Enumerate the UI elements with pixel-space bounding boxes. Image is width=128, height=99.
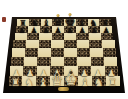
square-a5 — [13, 40, 26, 48]
square-e8: ♚ — [64, 19, 76, 26]
square-g5 — [89, 40, 102, 48]
square-d4 — [51, 48, 64, 57]
square-e4 — [64, 48, 77, 57]
square-e1: ♚ — [64, 76, 78, 86]
chess-board: ♜♞♝♛♚♝♞♜♟♟♟♟♟♟♟♟♟♟♟♟♟♟♟♟♜♞♝♛♚♝♞♜ — [0, 19, 128, 86]
piece-white-king-e1: ♚ — [64, 75, 78, 87]
square-c8: ♝ — [41, 19, 53, 26]
square-b5 — [26, 40, 39, 48]
piece-white-rook-h1: ♜ — [108, 79, 117, 87]
piece-black-pawn-c7: ♟ — [42, 28, 49, 34]
square-f5 — [77, 40, 90, 48]
square-b1: ♞ — [22, 76, 36, 86]
square-f2: ♟ — [78, 66, 92, 76]
piece-black-pawn-b7: ♟ — [30, 28, 37, 34]
piece-black-pawn-g7: ♟ — [91, 28, 98, 34]
piece-white-bishop-c1: ♝ — [38, 79, 48, 87]
piece-black-pawn-f7: ♟ — [79, 28, 86, 34]
piece-white-queen-d1: ♛ — [51, 76, 64, 87]
square-g4 — [90, 48, 103, 57]
board-row-rank-1: ♜♞♝♛♚♝♞♜ — [9, 76, 120, 86]
piece-black-pawn-a7: ♟ — [18, 28, 25, 34]
piece-black-pawn-e7: ♟ — [67, 28, 74, 34]
square-c3 — [37, 57, 50, 66]
board-row-rank-8: ♜♞♝♛♚♝♞♜ — [17, 19, 111, 26]
square-b8: ♞ — [29, 19, 41, 26]
piece-white-pawn-a2: ♟ — [13, 70, 21, 77]
square-a4 — [12, 48, 25, 57]
square-f8: ♝ — [76, 19, 88, 26]
board-row-rank-5 — [13, 40, 114, 48]
piece-white-bishop-f1: ♝ — [80, 79, 90, 87]
square-d8: ♛ — [52, 19, 64, 26]
square-h3 — [104, 57, 117, 66]
square-h4 — [103, 48, 116, 57]
square-f7: ♟ — [76, 26, 88, 33]
square-b2: ♟ — [23, 66, 37, 76]
square-c4 — [38, 48, 51, 57]
chess-set-photo: ♜♞♝♛♚♝♞♜♟♟♟♟♟♟♟♟♟♟♟♟♟♟♟♟♜♞♝♛♚♝♞♜ — [0, 0, 128, 99]
square-f3 — [77, 57, 90, 66]
square-g1: ♞ — [92, 76, 106, 86]
square-g3 — [91, 57, 104, 66]
square-f1: ♝ — [78, 76, 92, 86]
square-a8: ♜ — [17, 19, 29, 26]
square-d3 — [51, 57, 64, 66]
black-queen-finial — [57, 14, 60, 17]
square-c5 — [39, 40, 52, 48]
square-g7: ♟ — [88, 26, 100, 33]
square-g2: ♟ — [91, 66, 105, 76]
square-h8: ♜ — [99, 19, 111, 26]
board-row-rank-6 — [15, 33, 114, 41]
square-f4 — [77, 48, 90, 57]
piece-white-pawn-h2: ♟ — [108, 70, 116, 77]
piece-white-rook-a1: ♜ — [11, 79, 20, 87]
square-d1: ♛ — [50, 76, 64, 86]
board-row-rank-3 — [11, 57, 117, 66]
piece-white-knight-b1: ♞ — [25, 79, 34, 87]
square-h5 — [102, 40, 115, 48]
white-king-finial — [69, 71, 72, 74]
square-h7: ♟ — [100, 26, 112, 33]
piece-white-knight-g1: ♞ — [94, 79, 103, 87]
square-c1: ♝ — [36, 76, 50, 86]
white-queen-finial — [56, 73, 59, 76]
square-b3 — [24, 57, 37, 66]
board-row-rank-4 — [12, 48, 116, 57]
square-h2: ♟ — [105, 66, 119, 76]
square-a3 — [11, 57, 24, 66]
square-h1: ♜ — [106, 76, 120, 86]
square-e5 — [64, 40, 77, 48]
piece-black-pawn-h7: ♟ — [103, 28, 110, 34]
black-king-finial — [68, 13, 71, 16]
square-a2: ♟ — [10, 66, 24, 76]
square-c2: ♟ — [37, 66, 51, 76]
square-b4 — [25, 48, 38, 57]
piece-black-pawn-d7: ♟ — [55, 28, 62, 34]
square-d5 — [51, 40, 64, 48]
square-g8: ♞ — [88, 19, 100, 26]
square-e3 — [64, 57, 77, 66]
